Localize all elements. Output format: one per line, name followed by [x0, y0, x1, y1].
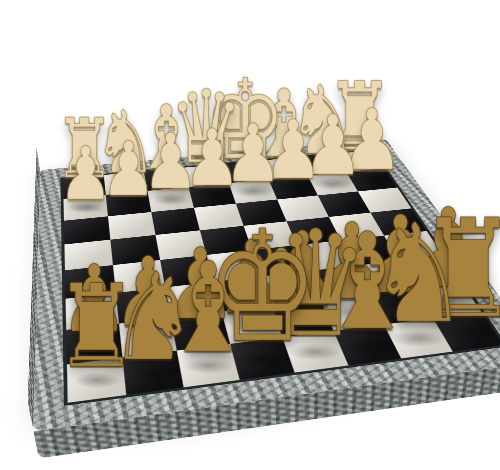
- piece-cream-pawn-a7: ♟: [59, 137, 113, 210]
- pieces-layer: ♜♞♝♛♚♝♞♜♟♟♟♟♟♟♟♟♟♟♟♟♟♟♟♟♜♞♝♚♛♝♞♜: [0, 0, 500, 470]
- chess-set-photo: ♜♞♝♛♚♝♞♜♟♟♟♟♟♟♟♟♟♟♟♟♟♟♟♟♜♞♝♚♛♝♞♜: [0, 0, 500, 470]
- piece-gold-rook-a1: ♜: [55, 269, 139, 383]
